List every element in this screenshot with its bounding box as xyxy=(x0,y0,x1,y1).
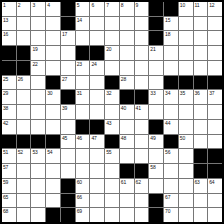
clue-number: 55 xyxy=(106,149,111,155)
clue-number: 13 xyxy=(3,17,8,23)
crossword-cell[interactable] xyxy=(90,105,104,119)
clue-number: 57 xyxy=(3,164,8,170)
black-square xyxy=(2,46,16,60)
clue-number: 22 xyxy=(32,61,37,67)
crossword-cell[interactable] xyxy=(31,194,45,208)
black-square xyxy=(46,208,60,222)
crossword-cell[interactable]: 17 xyxy=(61,31,75,45)
crossword-cell[interactable]: 47 xyxy=(90,135,104,149)
black-square xyxy=(194,164,208,178)
crossword-cell[interactable]: 63 xyxy=(194,179,208,193)
crossword-cell[interactable]: 59 xyxy=(2,179,16,193)
crossword-cell[interactable] xyxy=(135,208,149,222)
crossword-cell[interactable] xyxy=(76,164,90,178)
black-square xyxy=(46,76,60,90)
crossword-cell[interactable] xyxy=(208,208,222,222)
black-square xyxy=(194,76,208,90)
black-square xyxy=(149,194,163,208)
crossword-cell[interactable] xyxy=(17,90,31,104)
crossword-cell[interactable] xyxy=(135,31,149,45)
crossword-cell[interactable]: 14 xyxy=(76,17,90,31)
crossword-cell[interactable] xyxy=(194,105,208,119)
clue-number: 54 xyxy=(47,149,52,155)
black-square xyxy=(61,194,75,208)
clue-number: 3 xyxy=(32,2,35,8)
black-square xyxy=(135,90,149,104)
crossword-cell[interactable] xyxy=(120,17,134,31)
crossword-cell[interactable]: 30 xyxy=(46,90,60,104)
crossword-cell[interactable] xyxy=(90,194,104,208)
crossword-cell[interactable]: 18 xyxy=(164,31,178,45)
crossword-cell[interactable]: 3 xyxy=(31,2,45,16)
crossword-cell[interactable] xyxy=(135,76,149,90)
clue-number: 6 xyxy=(91,2,94,8)
crossword-cell[interactable] xyxy=(17,31,31,45)
black-square xyxy=(17,46,31,60)
crossword-cell[interactable]: 4 xyxy=(46,2,60,16)
crossword-cell[interactable] xyxy=(17,120,31,134)
clue-number: 66 xyxy=(77,194,82,200)
clue-number: 10 xyxy=(180,2,185,8)
crossword-cell[interactable] xyxy=(46,179,60,193)
crossword-cell[interactable] xyxy=(76,105,90,119)
crossword-cell[interactable] xyxy=(149,61,163,75)
crossword-cell[interactable] xyxy=(179,179,193,193)
crossword-cell[interactable] xyxy=(90,164,104,178)
crossword-cell[interactable]: 15 xyxy=(164,17,178,31)
black-square xyxy=(76,120,90,134)
black-square xyxy=(194,149,208,163)
crossword-cell[interactable] xyxy=(135,149,149,163)
crossword-cell[interactable] xyxy=(179,149,193,163)
black-square xyxy=(149,120,163,134)
crossword-cell[interactable] xyxy=(120,61,134,75)
crossword-cell[interactable] xyxy=(17,194,31,208)
crossword-cell[interactable] xyxy=(179,105,193,119)
crossword-cell[interactable] xyxy=(194,194,208,208)
clue-number: 25 xyxy=(3,76,8,82)
crossword-cell[interactable]: 50 xyxy=(179,135,193,149)
clue-number: 28 xyxy=(121,76,126,82)
crossword-cell[interactable] xyxy=(105,208,119,222)
crossword-cell[interactable]: 6 xyxy=(90,2,104,16)
clue-number: 11 xyxy=(195,2,200,8)
crossword-cell[interactable] xyxy=(179,61,193,75)
clue-number: 43 xyxy=(106,120,111,126)
clue-number: 36 xyxy=(195,90,200,96)
crossword-cell[interactable]: 67 xyxy=(164,194,178,208)
crossword-cell[interactable] xyxy=(105,105,119,119)
crossword-cell[interactable] xyxy=(105,17,119,31)
crossword-cell[interactable]: 65 xyxy=(2,194,16,208)
clue-number: 39 xyxy=(62,105,67,111)
clue-number: 56 xyxy=(165,149,170,155)
crossword-cell[interactable] xyxy=(135,120,149,134)
crossword-cell[interactable] xyxy=(208,105,222,119)
crossword-cell[interactable] xyxy=(90,179,104,193)
crossword-cell[interactable]: 33 xyxy=(149,90,163,104)
crossword-cell[interactable] xyxy=(46,17,60,31)
crossword-cell[interactable] xyxy=(179,46,193,60)
crossword-cell[interactable] xyxy=(31,164,45,178)
clue-number: 9 xyxy=(136,2,139,8)
clue-number: 34 xyxy=(165,90,170,96)
crossword-cell[interactable] xyxy=(194,31,208,45)
crossword-cell[interactable] xyxy=(90,149,104,163)
black-square xyxy=(208,149,222,163)
crossword-cell[interactable] xyxy=(149,76,163,90)
crossword-cell[interactable]: 66 xyxy=(76,194,90,208)
crossword-cell[interactable] xyxy=(179,17,193,31)
crossword-cell[interactable] xyxy=(179,208,193,222)
black-square xyxy=(120,164,134,178)
crossword-cell[interactable]: 40 xyxy=(120,105,134,119)
crossword-cell[interactable] xyxy=(105,179,119,193)
crossword-cell[interactable] xyxy=(149,149,163,163)
crossword-cell[interactable] xyxy=(105,164,119,178)
crossword-cell[interactable] xyxy=(164,105,178,119)
clue-number: 62 xyxy=(136,179,141,185)
crossword-cell[interactable] xyxy=(120,194,134,208)
clue-number: 7 xyxy=(106,2,109,8)
crossword-cell[interactable] xyxy=(135,135,149,149)
crossword-cell[interactable]: 69 xyxy=(76,208,90,222)
clue-number: 32 xyxy=(106,90,111,96)
crossword-cell[interactable] xyxy=(17,179,31,193)
crossword-cell[interactable] xyxy=(194,120,208,134)
clue-number: 52 xyxy=(18,149,23,155)
crossword-cell[interactable]: 10 xyxy=(179,2,193,16)
crossword-cell[interactable] xyxy=(120,46,134,60)
crossword-cell[interactable]: 46 xyxy=(76,135,90,149)
black-square xyxy=(46,135,60,149)
crossword-cell[interactable] xyxy=(61,164,75,178)
crossword-cell[interactable] xyxy=(105,194,119,208)
black-square xyxy=(149,31,163,45)
black-square xyxy=(61,17,75,31)
crossword-cell[interactable] xyxy=(31,76,45,90)
crossword-cell[interactable]: 29 xyxy=(2,90,16,104)
clue-number: 23 xyxy=(77,61,82,67)
crossword-cell[interactable]: 19 xyxy=(31,46,45,60)
crossword-cell[interactable] xyxy=(164,179,178,193)
crossword-cell[interactable]: 51 xyxy=(2,149,16,163)
clue-number: 12 xyxy=(209,2,214,8)
crossword-cell[interactable]: 56 xyxy=(164,149,178,163)
crossword-cell[interactable] xyxy=(135,17,149,31)
crossword-cell[interactable]: 23 xyxy=(76,61,90,75)
crossword-cell[interactable] xyxy=(31,90,45,104)
crossword-cell[interactable]: 13 xyxy=(2,17,16,31)
crossword-cell[interactable]: 27 xyxy=(61,76,75,90)
crossword-cell[interactable]: 31 xyxy=(76,90,90,104)
crossword-cell[interactable]: 60 xyxy=(76,179,90,193)
clue-number: 69 xyxy=(77,208,82,214)
clue-number: 59 xyxy=(3,179,8,185)
crossword-cell[interactable] xyxy=(31,105,45,119)
crossword-cell[interactable] xyxy=(208,194,222,208)
crossword-cell[interactable] xyxy=(46,61,60,75)
crossword-cell[interactable] xyxy=(208,120,222,134)
crossword-puzzle: 1234567891011121314151617181920212223242… xyxy=(0,0,224,224)
crossword-cell[interactable]: 68 xyxy=(2,208,16,222)
crossword-cell[interactable] xyxy=(31,17,45,31)
crossword-cell[interactable] xyxy=(164,164,178,178)
crossword-cell[interactable] xyxy=(194,61,208,75)
crossword-cell[interactable] xyxy=(194,135,208,149)
crossword-cell[interactable]: 70 xyxy=(164,208,178,222)
crossword-cell[interactable] xyxy=(31,179,45,193)
clue-number: 63 xyxy=(195,179,200,185)
crossword-cell[interactable]: 21 xyxy=(149,46,163,60)
crossword-cell[interactable]: 45 xyxy=(61,135,75,149)
crossword-cell[interactable] xyxy=(90,76,104,90)
clue-number: 29 xyxy=(3,90,8,96)
crossword-cell[interactable] xyxy=(17,105,31,119)
crossword-cell[interactable]: 16 xyxy=(2,31,16,45)
crossword-cell[interactable]: 43 xyxy=(105,120,119,134)
clue-number: 19 xyxy=(32,46,37,52)
crossword-cell[interactable]: 49 xyxy=(149,135,163,149)
clue-number: 1 xyxy=(3,2,6,8)
black-square xyxy=(2,135,16,149)
crossword-cell[interactable]: 12 xyxy=(208,2,222,16)
clue-number: 18 xyxy=(165,31,170,37)
crossword-cell[interactable] xyxy=(120,208,134,222)
crossword-cell[interactable] xyxy=(105,61,119,75)
clue-number: 26 xyxy=(18,76,23,82)
clue-number: 70 xyxy=(165,208,170,214)
crossword-cell[interactable]: 48 xyxy=(120,135,134,149)
clue-number: 67 xyxy=(165,194,170,200)
crossword-cell[interactable] xyxy=(194,208,208,222)
clue-number: 27 xyxy=(62,76,67,82)
crossword-cell[interactable] xyxy=(164,46,178,60)
crossword-cell[interactable] xyxy=(208,135,222,149)
clue-number: 50 xyxy=(180,135,185,141)
crossword-grid: 1234567891011121314151617181920212223242… xyxy=(0,0,224,224)
black-square xyxy=(164,76,178,90)
clue-number: 5 xyxy=(77,2,80,8)
clue-number: 41 xyxy=(136,105,141,111)
crossword-cell[interactable] xyxy=(179,194,193,208)
black-square xyxy=(164,135,178,149)
clue-number: 61 xyxy=(121,179,126,185)
clue-number: 42 xyxy=(3,120,8,126)
crossword-cell[interactable] xyxy=(149,179,163,193)
clue-number: 64 xyxy=(209,179,214,185)
crossword-cell[interactable]: 2 xyxy=(17,2,31,16)
crossword-cell[interactable] xyxy=(46,105,60,119)
black-square xyxy=(120,90,134,104)
crossword-cell[interactable]: 9 xyxy=(135,2,149,16)
crossword-cell[interactable] xyxy=(31,120,45,134)
clue-number: 4 xyxy=(47,2,50,8)
crossword-cell[interactable] xyxy=(61,46,75,60)
black-square xyxy=(179,76,193,90)
clue-number: 17 xyxy=(62,31,67,37)
black-square xyxy=(149,2,163,16)
crossword-cell[interactable] xyxy=(194,46,208,60)
crossword-cell[interactable]: 44 xyxy=(164,120,178,134)
black-square xyxy=(208,76,222,90)
crossword-cell[interactable] xyxy=(208,17,222,31)
black-square xyxy=(208,164,222,178)
clue-number: 21 xyxy=(150,46,155,52)
crossword-cell[interactable] xyxy=(46,164,60,178)
crossword-cell[interactable] xyxy=(149,105,163,119)
crossword-cell[interactable]: 20 xyxy=(105,46,119,60)
crossword-cell[interactable] xyxy=(105,31,119,45)
crossword-cell[interactable] xyxy=(46,120,60,134)
clue-number: 49 xyxy=(150,135,155,141)
crossword-cell[interactable] xyxy=(76,149,90,163)
crossword-cell[interactable]: 57 xyxy=(2,164,16,178)
crossword-cell[interactable]: 8 xyxy=(120,2,134,16)
clue-number: 44 xyxy=(165,120,170,126)
crossword-cell[interactable]: 7 xyxy=(105,2,119,16)
crossword-cell[interactable]: 41 xyxy=(135,105,149,119)
black-square xyxy=(90,120,104,134)
crossword-cell[interactable]: 24 xyxy=(90,61,104,75)
clue-number: 37 xyxy=(209,90,214,96)
black-square xyxy=(164,2,178,16)
crossword-cell[interactable]: 61 xyxy=(120,179,134,193)
clue-number: 14 xyxy=(77,17,82,23)
crossword-cell[interactable]: 53 xyxy=(31,149,45,163)
crossword-cell[interactable]: 62 xyxy=(135,179,149,193)
crossword-cell[interactable] xyxy=(164,61,178,75)
clue-number: 15 xyxy=(165,17,170,23)
clue-number: 2 xyxy=(18,2,21,8)
crossword-cell[interactable]: 54 xyxy=(46,149,60,163)
clue-number: 30 xyxy=(47,90,52,96)
crossword-cell[interactable] xyxy=(208,61,222,75)
crossword-cell[interactable] xyxy=(17,164,31,178)
crossword-cell[interactable]: 52 xyxy=(17,149,31,163)
crossword-cell[interactable] xyxy=(194,17,208,31)
clue-number: 53 xyxy=(32,149,37,155)
crossword-cell[interactable] xyxy=(135,46,149,60)
clue-number: 20 xyxy=(106,46,111,52)
crossword-cell[interactable] xyxy=(76,76,90,90)
crossword-cell[interactable] xyxy=(46,46,60,60)
crossword-cell[interactable]: 1 xyxy=(2,2,16,16)
crossword-cell[interactable] xyxy=(31,208,45,222)
crossword-cell[interactable]: 38 xyxy=(2,105,16,119)
black-square xyxy=(149,208,163,222)
clue-number: 8 xyxy=(121,2,124,8)
crossword-cell[interactable]: 32 xyxy=(105,90,119,104)
crossword-cell[interactable] xyxy=(61,61,75,75)
black-square xyxy=(2,61,16,75)
crossword-cell[interactable]: 64 xyxy=(208,179,222,193)
black-square xyxy=(90,46,104,60)
crossword-cell[interactable] xyxy=(208,31,222,45)
crossword-cell[interactable] xyxy=(179,164,193,178)
clue-number: 58 xyxy=(150,164,155,170)
crossword-cell[interactable]: 25 xyxy=(2,76,16,90)
black-square xyxy=(76,46,90,60)
crossword-cell[interactable] xyxy=(46,194,60,208)
crossword-cell[interactable]: 28 xyxy=(120,76,134,90)
crossword-cell[interactable] xyxy=(90,31,104,45)
black-square xyxy=(149,17,163,31)
clue-number: 35 xyxy=(180,90,185,96)
crossword-cell[interactable]: 36 xyxy=(194,90,208,104)
crossword-cell[interactable] xyxy=(17,208,31,222)
clue-number: 33 xyxy=(150,90,155,96)
crossword-cell[interactable] xyxy=(90,17,104,31)
clue-number: 60 xyxy=(77,179,82,185)
crossword-cell[interactable]: 11 xyxy=(194,2,208,16)
crossword-cell[interactable]: 42 xyxy=(2,120,16,134)
crossword-cell[interactable] xyxy=(46,31,60,45)
clue-number: 68 xyxy=(3,208,8,214)
black-square xyxy=(31,135,45,149)
black-square xyxy=(61,90,75,104)
black-square xyxy=(17,135,31,149)
black-square xyxy=(135,164,149,178)
clue-number: 31 xyxy=(77,90,82,96)
clue-number: 46 xyxy=(77,135,82,141)
black-square xyxy=(61,2,75,16)
crossword-cell[interactable] xyxy=(120,31,134,45)
crossword-cell[interactable] xyxy=(61,120,75,134)
crossword-cell[interactable] xyxy=(120,149,134,163)
crossword-cell[interactable]: 35 xyxy=(179,90,193,104)
crossword-cell[interactable] xyxy=(179,31,193,45)
crossword-cell[interactable] xyxy=(135,61,149,75)
crossword-cell[interactable]: 34 xyxy=(164,90,178,104)
clue-number: 47 xyxy=(91,135,96,141)
clue-number: 48 xyxy=(121,135,126,141)
crossword-cell[interactable]: 26 xyxy=(17,76,31,90)
black-square xyxy=(105,76,119,90)
crossword-cell[interactable] xyxy=(17,17,31,31)
clue-number: 24 xyxy=(91,61,96,67)
crossword-cell[interactable] xyxy=(76,31,90,45)
clue-number: 65 xyxy=(3,194,8,200)
crossword-cell[interactable] xyxy=(208,46,222,60)
crossword-cell[interactable] xyxy=(90,90,104,104)
black-square xyxy=(17,61,31,75)
crossword-cell[interactable]: 5 xyxy=(76,2,90,16)
crossword-cell[interactable] xyxy=(179,120,193,134)
crossword-cell[interactable]: 58 xyxy=(149,164,163,178)
crossword-cell[interactable] xyxy=(31,31,45,45)
clue-number: 16 xyxy=(3,31,8,37)
black-square xyxy=(61,208,75,222)
crossword-cell[interactable] xyxy=(61,149,75,163)
crossword-cell[interactable]: 55 xyxy=(105,149,119,163)
black-square xyxy=(61,179,75,193)
crossword-cell[interactable]: 22 xyxy=(31,61,45,75)
crossword-cell[interactable] xyxy=(90,208,104,222)
black-square xyxy=(105,135,119,149)
clue-number: 40 xyxy=(121,105,126,111)
crossword-cell[interactable]: 37 xyxy=(208,90,222,104)
crossword-cell[interactable]: 39 xyxy=(61,105,75,119)
clue-number: 45 xyxy=(62,135,67,141)
clue-number: 51 xyxy=(3,149,8,155)
clue-number: 38 xyxy=(3,105,8,111)
crossword-cell[interactable] xyxy=(120,120,134,134)
crossword-cell[interactable] xyxy=(135,194,149,208)
